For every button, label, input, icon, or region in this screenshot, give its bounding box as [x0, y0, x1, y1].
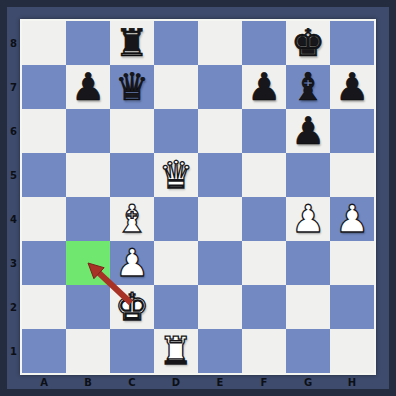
- square-c4[interactable]: ♝: [110, 197, 154, 241]
- square-e7[interactable]: [198, 65, 242, 109]
- black-pawn-f7[interactable]: ♟: [247, 65, 281, 109]
- square-a2[interactable]: [22, 285, 66, 329]
- square-e2[interactable]: [198, 285, 242, 329]
- black-bishop-g7[interactable]: ♝: [291, 65, 325, 109]
- file-label-d: D: [154, 375, 198, 390]
- rank-label-6: 6: [7, 109, 20, 153]
- square-h3[interactable]: [330, 241, 374, 285]
- square-g2[interactable]: [286, 285, 330, 329]
- square-d1[interactable]: ♜: [154, 329, 198, 373]
- square-f4[interactable]: [242, 197, 286, 241]
- square-b1[interactable]: [66, 329, 110, 373]
- square-d3[interactable]: [154, 241, 198, 285]
- square-d8[interactable]: [154, 21, 198, 65]
- file-label-b: B: [66, 375, 110, 390]
- square-h4[interactable]: ♟: [330, 197, 374, 241]
- square-h6[interactable]: [330, 109, 374, 153]
- square-g4[interactable]: ♟: [286, 197, 330, 241]
- square-c3[interactable]: ♟: [110, 241, 154, 285]
- white-queen-d5[interactable]: ♛: [159, 153, 193, 197]
- square-c2[interactable]: ♚: [110, 285, 154, 329]
- square-h8[interactable]: [330, 21, 374, 65]
- square-a3[interactable]: [22, 241, 66, 285]
- white-pawn-g4[interactable]: ♟: [291, 197, 325, 241]
- black-rook-c8[interactable]: ♜: [115, 21, 149, 65]
- file-label-a: A: [22, 375, 66, 390]
- square-f8[interactable]: [242, 21, 286, 65]
- square-f2[interactable]: [242, 285, 286, 329]
- square-d5[interactable]: ♛: [154, 153, 198, 197]
- square-e4[interactable]: [198, 197, 242, 241]
- square-b5[interactable]: [66, 153, 110, 197]
- square-c8[interactable]: ♜: [110, 21, 154, 65]
- rank-label-4: 4: [7, 197, 20, 241]
- file-label-f: F: [242, 375, 286, 390]
- rank-label-8: 8: [7, 21, 20, 65]
- file-label-h: H: [330, 375, 374, 390]
- white-bishop-c4[interactable]: ♝: [115, 197, 149, 241]
- square-e8[interactable]: [198, 21, 242, 65]
- square-e5[interactable]: [198, 153, 242, 197]
- square-f7[interactable]: ♟: [242, 65, 286, 109]
- chess-diagram: 87654321 ♜♚♟♛♟♝♟♟♛♝♟♟♟♚♜ ABCDEFGH: [0, 0, 396, 396]
- chess-board[interactable]: ♜♚♟♛♟♝♟♟♛♝♟♟♟♚♜: [20, 19, 376, 375]
- file-labels: ABCDEFGH: [22, 375, 374, 390]
- square-e1[interactable]: [198, 329, 242, 373]
- rank-labels: 87654321: [7, 21, 20, 373]
- square-f6[interactable]: [242, 109, 286, 153]
- white-pawn-c3[interactable]: ♟: [115, 241, 149, 285]
- square-f1[interactable]: [242, 329, 286, 373]
- black-queen-c7[interactable]: ♛: [115, 65, 149, 109]
- square-b8[interactable]: [66, 21, 110, 65]
- rank-label-2: 2: [7, 285, 20, 329]
- square-c1[interactable]: [110, 329, 154, 373]
- square-a8[interactable]: [22, 21, 66, 65]
- square-f5[interactable]: [242, 153, 286, 197]
- square-e3[interactable]: [198, 241, 242, 285]
- square-h7[interactable]: ♟: [330, 65, 374, 109]
- square-a4[interactable]: [22, 197, 66, 241]
- square-g5[interactable]: [286, 153, 330, 197]
- file-label-e: E: [198, 375, 242, 390]
- square-b7[interactable]: ♟: [66, 65, 110, 109]
- black-pawn-g6[interactable]: ♟: [291, 109, 325, 153]
- square-c5[interactable]: [110, 153, 154, 197]
- square-c6[interactable]: [110, 109, 154, 153]
- black-pawn-b7[interactable]: ♟: [71, 65, 105, 109]
- square-h1[interactable]: [330, 329, 374, 373]
- black-pawn-h7[interactable]: ♟: [335, 65, 369, 109]
- white-king-c2[interactable]: ♚: [115, 285, 149, 329]
- square-e6[interactable]: [198, 109, 242, 153]
- square-b4[interactable]: [66, 197, 110, 241]
- rank-label-7: 7: [7, 65, 20, 109]
- white-pawn-h4[interactable]: ♟: [335, 197, 369, 241]
- square-c7[interactable]: ♛: [110, 65, 154, 109]
- square-b2[interactable]: [66, 285, 110, 329]
- square-d7[interactable]: [154, 65, 198, 109]
- square-b3[interactable]: [66, 241, 110, 285]
- square-d6[interactable]: [154, 109, 198, 153]
- square-h5[interactable]: [330, 153, 374, 197]
- square-g7[interactable]: ♝: [286, 65, 330, 109]
- square-g1[interactable]: [286, 329, 330, 373]
- square-d4[interactable]: [154, 197, 198, 241]
- white-rook-d1[interactable]: ♜: [159, 329, 193, 373]
- file-label-c: C: [110, 375, 154, 390]
- file-label-g: G: [286, 375, 330, 390]
- black-king-g8[interactable]: ♚: [291, 21, 325, 65]
- rank-label-5: 5: [7, 153, 20, 197]
- square-a1[interactable]: [22, 329, 66, 373]
- square-g6[interactable]: ♟: [286, 109, 330, 153]
- square-a6[interactable]: [22, 109, 66, 153]
- square-b6[interactable]: [66, 109, 110, 153]
- rank-label-1: 1: [7, 329, 20, 373]
- square-a5[interactable]: [22, 153, 66, 197]
- square-g3[interactable]: [286, 241, 330, 285]
- rank-label-3: 3: [7, 241, 20, 285]
- square-d2[interactable]: [154, 285, 198, 329]
- square-g8[interactable]: ♚: [286, 21, 330, 65]
- square-f3[interactable]: [242, 241, 286, 285]
- square-h2[interactable]: [330, 285, 374, 329]
- square-a7[interactable]: [22, 65, 66, 109]
